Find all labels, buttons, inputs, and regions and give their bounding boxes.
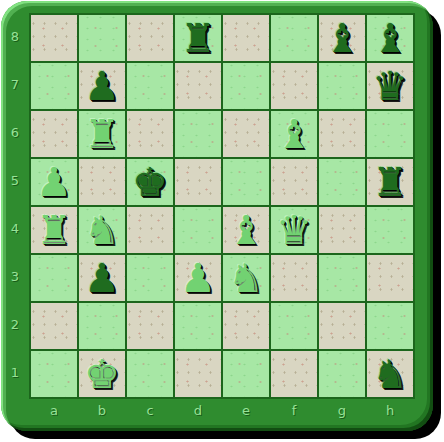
square-f8[interactable] xyxy=(271,15,317,61)
square-f1[interactable] xyxy=(271,351,317,397)
square-a5[interactable]: ♟ xyxy=(31,159,77,205)
square-e7[interactable] xyxy=(223,63,269,109)
square-h1[interactable]: ♞ xyxy=(367,351,413,397)
piece-black-pawn-b7[interactable]: ♟ xyxy=(79,63,125,109)
square-g2[interactable] xyxy=(319,303,365,349)
square-e1[interactable] xyxy=(223,351,269,397)
file-label-e: e xyxy=(223,399,269,423)
square-g3[interactable] xyxy=(319,255,365,301)
piece-white-knight-e3[interactable]: ♞ xyxy=(223,255,269,301)
square-h5[interactable]: ♜ xyxy=(367,159,413,205)
square-b3[interactable]: ♟ xyxy=(79,255,125,301)
square-e3[interactable]: ♞ xyxy=(223,255,269,301)
square-b1[interactable]: ♚ xyxy=(79,351,125,397)
piece-white-pawn-d3[interactable]: ♟ xyxy=(175,255,221,301)
piece-white-knight-b4[interactable]: ♞ xyxy=(79,207,125,253)
square-g4[interactable] xyxy=(319,207,365,253)
square-b8[interactable] xyxy=(79,15,125,61)
square-f4[interactable]: ♛ xyxy=(271,207,317,253)
square-g5[interactable] xyxy=(319,159,365,205)
piece-white-queen-f4[interactable]: ♛ xyxy=(271,207,317,253)
square-g8[interactable]: ♝ xyxy=(319,15,365,61)
square-e8[interactable] xyxy=(223,15,269,61)
piece-black-knight-h1[interactable]: ♞ xyxy=(367,351,413,397)
square-h6[interactable] xyxy=(367,111,413,157)
square-d4[interactable] xyxy=(175,207,221,253)
chess-board: ♜♝♝♟♛♜♝♟♚♜♜♞♝♛♟♟♞♚♞ xyxy=(29,13,415,399)
square-d8[interactable]: ♜ xyxy=(175,15,221,61)
square-b7[interactable]: ♟ xyxy=(79,63,125,109)
square-e2[interactable] xyxy=(223,303,269,349)
square-c2[interactable] xyxy=(127,303,173,349)
square-c6[interactable] xyxy=(127,111,173,157)
piece-white-bishop-f6[interactable]: ♝ xyxy=(271,111,317,157)
piece-black-rook-d8[interactable]: ♜ xyxy=(175,15,221,61)
piece-white-rook-b6[interactable]: ♜ xyxy=(79,111,125,157)
file-label-g: g xyxy=(319,399,365,423)
file-label-d: d xyxy=(175,399,221,423)
piece-white-king-b1[interactable]: ♚ xyxy=(79,351,125,397)
rank-label-2: 2 xyxy=(1,301,29,349)
square-e6[interactable] xyxy=(223,111,269,157)
square-b5[interactable] xyxy=(79,159,125,205)
piece-black-queen-h7[interactable]: ♛ xyxy=(367,63,413,109)
square-h4[interactable] xyxy=(367,207,413,253)
square-b6[interactable]: ♜ xyxy=(79,111,125,157)
square-g7[interactable] xyxy=(319,63,365,109)
square-d6[interactable] xyxy=(175,111,221,157)
square-c8[interactable] xyxy=(127,15,173,61)
board-frame: ♜♝♝♟♛♜♝♟♚♜♜♞♝♛♟♟♞♚♞ 87654321abcdefgh xyxy=(1,1,433,431)
piece-black-pawn-b3[interactable]: ♟ xyxy=(79,255,125,301)
piece-white-pawn-a5[interactable]: ♟ xyxy=(31,159,77,205)
piece-black-rook-h5[interactable]: ♜ xyxy=(367,159,413,205)
square-c5[interactable]: ♚ xyxy=(127,159,173,205)
square-f7[interactable] xyxy=(271,63,317,109)
rank-label-4: 4 xyxy=(1,205,29,253)
square-a3[interactable] xyxy=(31,255,77,301)
square-b2[interactable] xyxy=(79,303,125,349)
square-a6[interactable] xyxy=(31,111,77,157)
square-f5[interactable] xyxy=(271,159,317,205)
piece-black-bishop-h8[interactable]: ♝ xyxy=(367,15,413,61)
piece-white-rook-a4[interactable]: ♜ xyxy=(31,207,77,253)
square-f6[interactable]: ♝ xyxy=(271,111,317,157)
file-label-b: b xyxy=(79,399,125,423)
square-a7[interactable] xyxy=(31,63,77,109)
file-label-a: a xyxy=(31,399,77,423)
square-h7[interactable]: ♛ xyxy=(367,63,413,109)
rank-label-5: 5 xyxy=(1,157,29,205)
rank-label-3: 3 xyxy=(1,253,29,301)
square-e4[interactable]: ♝ xyxy=(223,207,269,253)
square-a1[interactable] xyxy=(31,351,77,397)
square-d2[interactable] xyxy=(175,303,221,349)
file-label-c: c xyxy=(127,399,173,423)
square-h8[interactable]: ♝ xyxy=(367,15,413,61)
square-d1[interactable] xyxy=(175,351,221,397)
rank-label-7: 7 xyxy=(1,61,29,109)
square-d3[interactable]: ♟ xyxy=(175,255,221,301)
square-g6[interactable] xyxy=(319,111,365,157)
square-a8[interactable] xyxy=(31,15,77,61)
square-c4[interactable] xyxy=(127,207,173,253)
square-e5[interactable] xyxy=(223,159,269,205)
piece-black-king-c5[interactable]: ♚ xyxy=(127,159,173,205)
square-d7[interactable] xyxy=(175,63,221,109)
rank-label-1: 1 xyxy=(1,349,29,397)
rank-label-8: 8 xyxy=(1,13,29,61)
square-c7[interactable] xyxy=(127,63,173,109)
square-a4[interactable]: ♜ xyxy=(31,207,77,253)
square-b4[interactable]: ♞ xyxy=(79,207,125,253)
square-h3[interactable] xyxy=(367,255,413,301)
piece-black-bishop-g8[interactable]: ♝ xyxy=(319,15,365,61)
file-label-f: f xyxy=(271,399,317,423)
square-h2[interactable] xyxy=(367,303,413,349)
square-f2[interactable] xyxy=(271,303,317,349)
square-c1[interactable] xyxy=(127,351,173,397)
square-a2[interactable] xyxy=(31,303,77,349)
square-f3[interactable] xyxy=(271,255,317,301)
square-c3[interactable] xyxy=(127,255,173,301)
file-label-h: h xyxy=(367,399,413,423)
square-d5[interactable] xyxy=(175,159,221,205)
piece-white-bishop-e4[interactable]: ♝ xyxy=(223,207,269,253)
rank-label-6: 6 xyxy=(1,109,29,157)
square-g1[interactable] xyxy=(319,351,365,397)
